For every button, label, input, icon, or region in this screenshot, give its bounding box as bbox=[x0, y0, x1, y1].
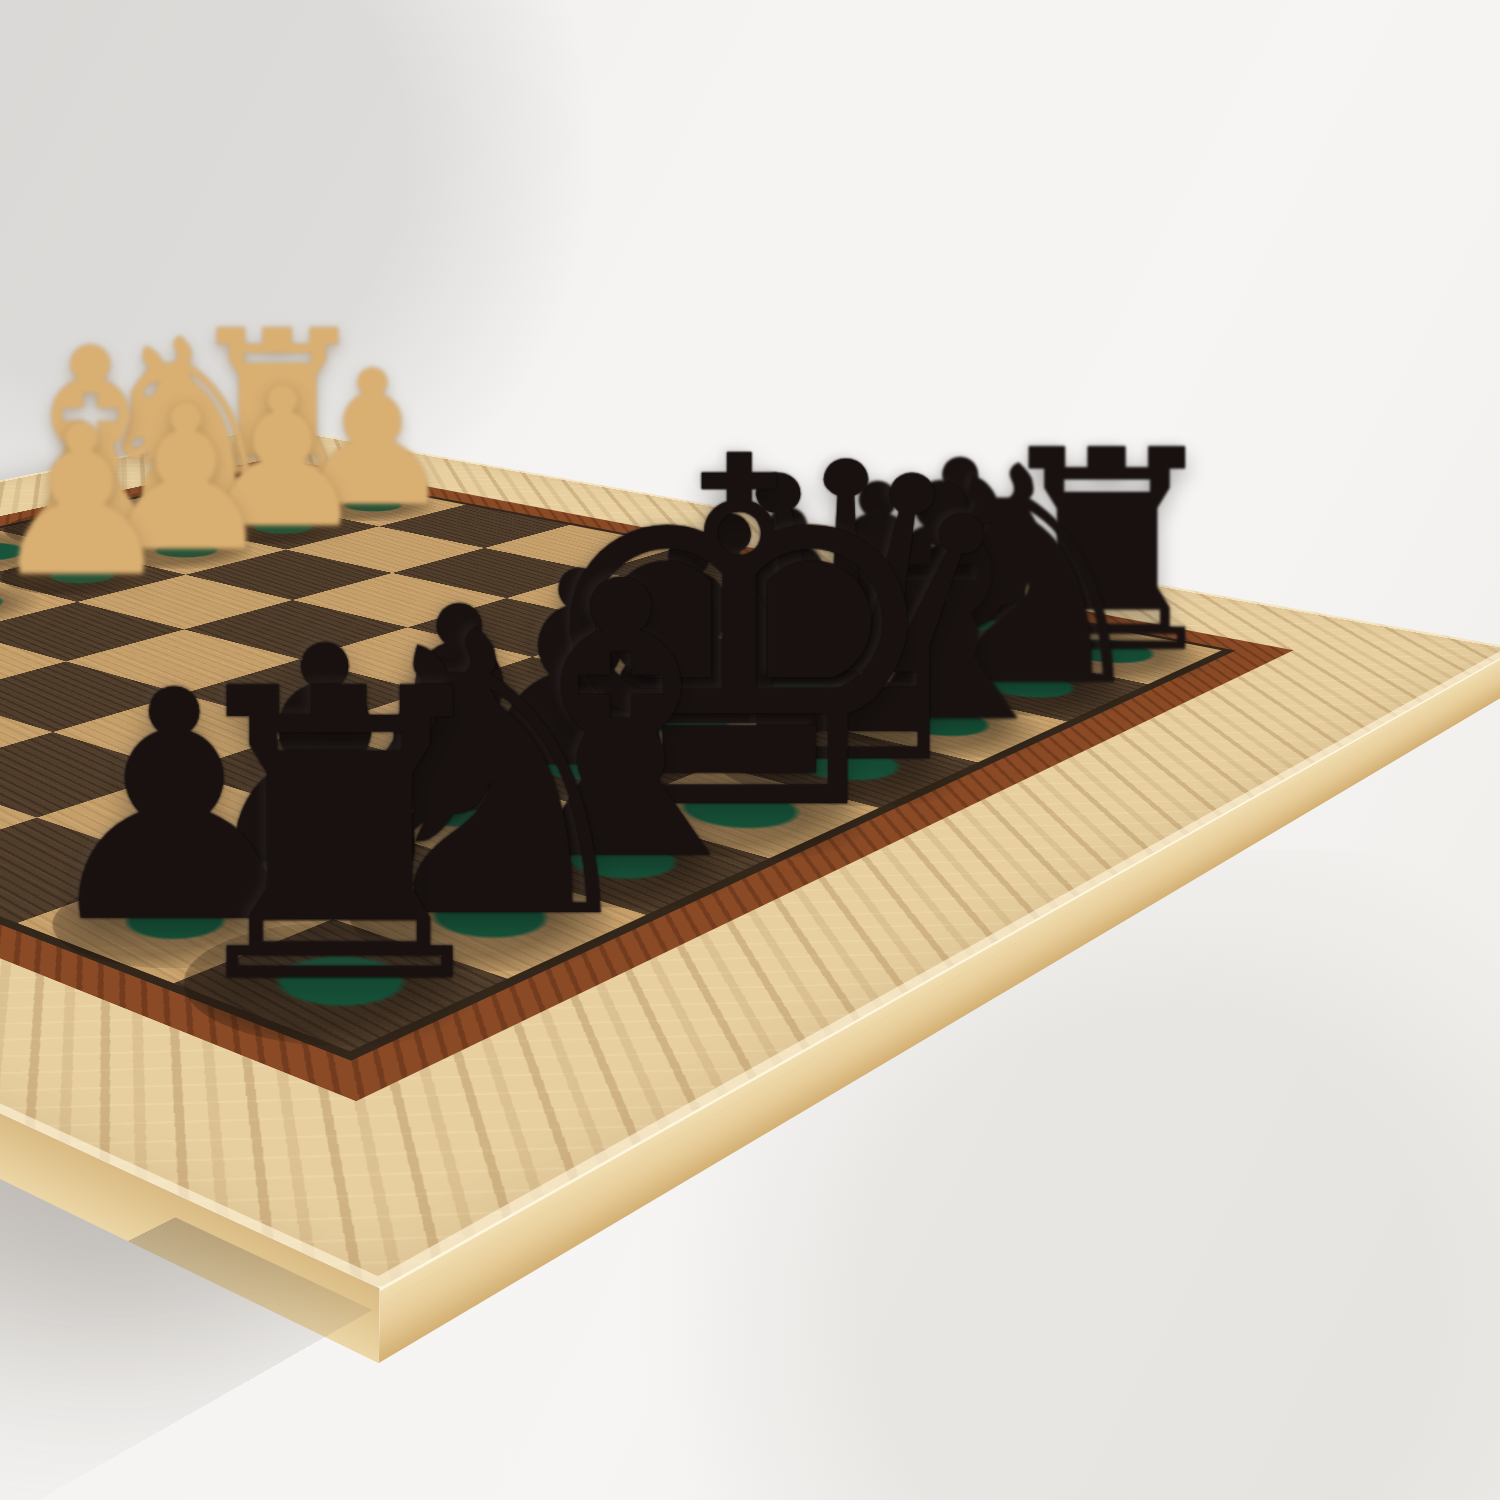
white-pawn-icon: ♟ bbox=[0, 417, 86, 634]
board-scene: ♜♞♝♛♚♝♞♜♟♟♟♟♟♟♟♟♟♟♟♟♟♟♟♟♜♞♝♛♚♝♞♜ bbox=[0, 0, 1500, 1500]
chess-board: ♜♞♝♛♚♝♞♜♟♟♟♟♟♟♟♟♟♟♟♟♟♟♟♟♜♞♝♛♚♝♞♜ bbox=[0, 426, 1500, 1288]
photo-stage: ♜♞♝♛♚♝♞♜♟♟♟♟♟♟♟♟♟♟♟♟♟♟♟♟♜♞♝♛♚♝♞♜ bbox=[0, 0, 1500, 1500]
black-rook-icon: ♜ bbox=[124, 637, 557, 1038]
